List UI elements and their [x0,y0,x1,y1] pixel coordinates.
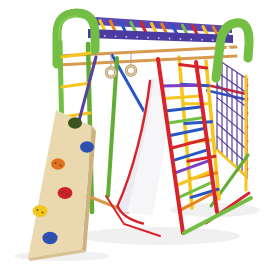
left-ladder-rung [62,83,90,87]
back-ladder-rung [185,122,212,124]
rock-hold [58,187,73,199]
rock-hold [68,117,82,129]
ramp-board [28,110,92,258]
screw-dot [126,36,128,38]
screw-dot [212,39,214,41]
hold-dot [72,121,74,123]
front-ladder-rung [162,85,199,86]
left-ladder-rung [62,53,90,57]
screw-dot [115,36,117,38]
hold-dot [84,145,86,147]
back-ladder-rung [180,65,207,68]
hold-dot [55,162,57,164]
front-ladder-rung [171,139,207,148]
hold-dot [77,124,79,126]
left-arch-cutout [71,18,82,22]
wood-bar-bottom [57,56,236,65]
screw-dot [180,38,182,40]
hold-dot [62,191,64,193]
rock-hold [80,141,94,153]
screw-dot [136,36,138,38]
wood-side-bars [57,47,236,65]
screw-dot [201,39,203,41]
hold-dot [67,194,69,196]
hold-dot [42,212,44,214]
screw-dot [147,37,149,39]
hold-dot [89,148,91,150]
top-platform [88,17,233,43]
rock-hold [51,158,65,170]
right-arch-cutout [234,33,238,40]
hold-dot [47,236,49,238]
hold-dot [37,209,39,211]
climbing-gym-illustration [0,0,265,265]
front-ladder-rung [166,107,203,111]
screw-dot [190,39,192,41]
screw-dot [158,37,160,39]
front-ladder-rung [174,160,209,173]
screw-dot [169,38,171,40]
hold-dot [60,165,62,167]
right-arch-cutout-small [226,46,230,50]
hold-dot [52,239,54,241]
screw-dot [104,35,106,37]
product-photo [0,0,265,265]
rock-hold [33,205,48,217]
climbing-ramp [28,110,96,261]
middle-green-post [108,58,117,196]
rock-hold [42,232,57,244]
